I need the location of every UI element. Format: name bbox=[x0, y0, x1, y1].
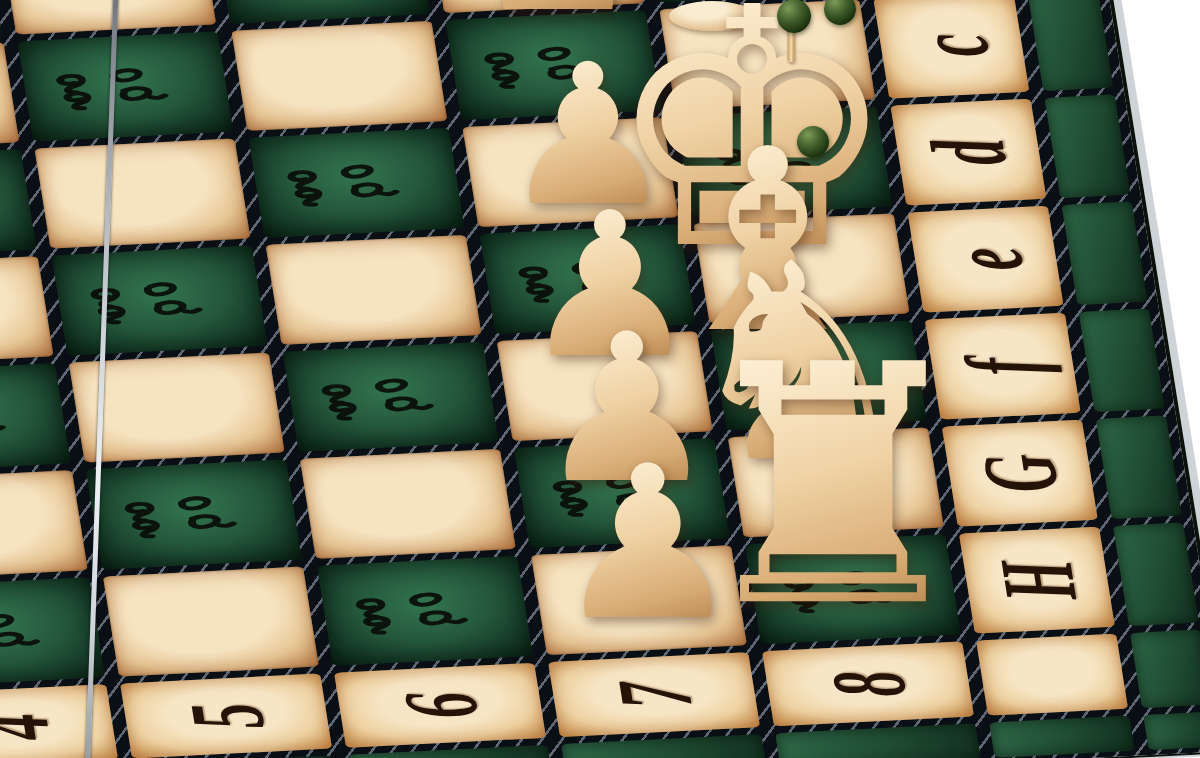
rank-label: 6 bbox=[379, 689, 502, 721]
board-corner-cell bbox=[976, 634, 1128, 716]
white-pawn-h7: ♟ bbox=[553, 438, 743, 650]
board-square-c5 bbox=[17, 32, 233, 142]
board-square-h5 bbox=[103, 567, 319, 677]
product-photo-page: { "game": "chess", "scene": "angled prod… bbox=[0, 0, 1200, 758]
board-square-b6 bbox=[214, 0, 430, 24]
board-outer-strip bbox=[1079, 309, 1165, 413]
file-label-cell-h: H bbox=[959, 527, 1115, 634]
board-square-b5 bbox=[0, 0, 216, 35]
board-square-g4 bbox=[0, 470, 88, 580]
board-outer-strip bbox=[775, 723, 981, 758]
scroll-ornament bbox=[303, 356, 479, 439]
rank-label-cell-5: 5 bbox=[120, 674, 332, 758]
board-outer-strip bbox=[1113, 523, 1199, 627]
rank-label: 7 bbox=[593, 679, 716, 711]
scroll-ornament bbox=[0, 377, 51, 460]
file-label-cell-d: d bbox=[890, 99, 1046, 206]
board-outer-strip bbox=[1044, 95, 1130, 199]
scroll-ornament bbox=[234, 0, 410, 10]
green-ball-finial-king bbox=[777, 0, 811, 33]
scroll-ornament bbox=[0, 163, 16, 246]
king-finial-stem bbox=[788, 28, 795, 62]
board-square-c4 bbox=[0, 42, 19, 152]
board-square-h6 bbox=[317, 556, 533, 666]
board-square-f6 bbox=[283, 342, 499, 452]
board-square-e5 bbox=[52, 246, 268, 356]
scroll-ornament bbox=[0, 591, 85, 674]
board-outer-strip bbox=[1130, 630, 1200, 709]
board-outer-strip bbox=[1027, 0, 1113, 91]
file-label: c bbox=[890, 31, 1013, 60]
file-label: d bbox=[907, 136, 1030, 168]
rank-label-cell-4: 4 bbox=[0, 684, 118, 758]
rank-label: 5 bbox=[165, 700, 288, 732]
board-square-g6 bbox=[300, 449, 516, 559]
scroll-ornament bbox=[337, 570, 513, 653]
board-square-f4 bbox=[0, 363, 71, 473]
board-outer-strip bbox=[1096, 416, 1182, 520]
scroll-ornament bbox=[38, 45, 214, 128]
scroll-ornament bbox=[106, 473, 282, 556]
scroll-ornament bbox=[72, 259, 248, 342]
board-square-c6 bbox=[231, 21, 447, 131]
rank-label-cell-6: 6 bbox=[334, 663, 546, 748]
board-square-d6 bbox=[248, 128, 464, 238]
board-square-e6 bbox=[266, 235, 482, 345]
board-square-d4 bbox=[0, 149, 36, 259]
board-outer-strip bbox=[347, 745, 553, 758]
board-outer-strip bbox=[1062, 202, 1148, 306]
file-label: H bbox=[974, 557, 1099, 603]
scroll-ornament bbox=[269, 142, 445, 225]
green-ball-finial-bishop bbox=[797, 126, 829, 158]
board-outer-strip bbox=[1143, 712, 1200, 751]
board-square-b4 bbox=[0, 0, 2, 45]
board-outer-strip bbox=[989, 716, 1135, 758]
board-square-e4 bbox=[0, 256, 54, 366]
board-square-d5 bbox=[34, 139, 250, 249]
board-outer-strip bbox=[561, 734, 767, 758]
file-label: e bbox=[924, 245, 1047, 274]
board-square-g5 bbox=[86, 460, 302, 570]
rank-label: 4 bbox=[0, 711, 74, 743]
